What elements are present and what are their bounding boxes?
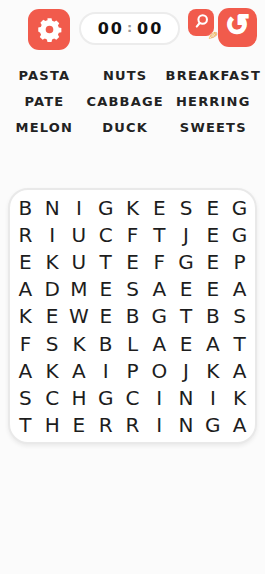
grid-cell[interactable]: E [39, 303, 66, 330]
grid-cell[interactable]: S [173, 194, 200, 221]
grid-cell[interactable]: U [66, 248, 93, 275]
timer: 00 : 00 [79, 12, 180, 45]
board: BNIGKESEGRIUCFTJEGEKUTEFGEPADMESAEEAKEWE… [8, 188, 257, 444]
grid-cell[interactable]: T [146, 221, 173, 248]
word-item: CABBAGE [85, 88, 166, 114]
grid-cell[interactable]: E [199, 248, 226, 275]
word-item: PATE [4, 88, 85, 114]
grid-cell[interactable]: S [119, 276, 146, 303]
word-item: SWEETS [166, 114, 261, 140]
grid-cell[interactable]: J [173, 221, 200, 248]
board-grid: BNIGKESEGRIUCFTJEGEKUTEFGEPADMESAEEAKEWE… [10, 190, 255, 442]
grid-cell[interactable]: E [199, 194, 226, 221]
grid-cell[interactable]: G [92, 194, 119, 221]
grid-cell[interactable]: T [12, 412, 39, 439]
grid-cell[interactable]: I [66, 194, 93, 221]
grid-cell[interactable]: R [119, 412, 146, 439]
grid-cell[interactable]: F [119, 221, 146, 248]
hint-button[interactable]: ✎ [188, 9, 214, 36]
grid-cell[interactable]: K [39, 248, 66, 275]
grid-cell[interactable]: A [199, 330, 226, 357]
grid-cell[interactable]: I [146, 385, 173, 412]
reset-button[interactable]: ↺ [218, 8, 257, 47]
grid-cell[interactable]: A [226, 276, 253, 303]
timer-separator: : [127, 21, 132, 34]
grid-cell[interactable]: R [12, 221, 39, 248]
timer-minutes: 00 [98, 21, 124, 37]
grid-cell[interactable]: T [92, 248, 119, 275]
grid-cell[interactable]: J [173, 357, 200, 384]
grid-cell[interactable]: E [199, 221, 226, 248]
word-item: HERRING [166, 88, 261, 114]
restart-arrow-icon: ↺ [225, 11, 249, 40]
word-item: PASTA [4, 62, 85, 88]
grid-cell[interactable]: O [146, 357, 173, 384]
grid-cell[interactable]: N [39, 194, 66, 221]
grid-cell[interactable]: K [66, 330, 93, 357]
grid-cell[interactable]: N [173, 385, 200, 412]
gear-icon [36, 16, 63, 43]
word-list: PASTANUTSBREAKFASTPATECABBAGEHERRINGMELO… [4, 62, 261, 140]
grid-cell[interactable]: P [226, 248, 253, 275]
word-item: BREAKFAST [166, 62, 261, 88]
grid-cell[interactable]: P [119, 357, 146, 384]
grid-cell[interactable]: E [146, 194, 173, 221]
grid-cell[interactable]: G [146, 303, 173, 330]
grid-cell[interactable]: G [199, 412, 226, 439]
grid-cell[interactable]: E [173, 330, 200, 357]
grid-cell[interactable]: G [173, 248, 200, 275]
grid-cell[interactable]: E [92, 303, 119, 330]
timer-seconds: 00 [137, 21, 163, 37]
grid-cell[interactable]: K [226, 385, 253, 412]
grid-cell[interactable]: I [39, 221, 66, 248]
grid-cell[interactable]: A [12, 357, 39, 384]
grid-cell[interactable]: I [92, 357, 119, 384]
grid-cell[interactable]: S [12, 385, 39, 412]
grid-cell[interactable]: E [119, 248, 146, 275]
grid-cell[interactable]: L [119, 330, 146, 357]
grid-cell[interactable]: G [92, 385, 119, 412]
word-item: MELON [4, 114, 85, 140]
grid-cell[interactable]: B [92, 330, 119, 357]
word-item: NUTS [85, 62, 166, 88]
grid-cell[interactable]: K [39, 357, 66, 384]
grid-cell[interactable]: M [66, 276, 93, 303]
grid-cell[interactable]: C [119, 385, 146, 412]
grid-cell[interactable]: U [66, 221, 93, 248]
grid-cell[interactable]: E [66, 412, 93, 439]
grid-cell[interactable]: E [173, 276, 200, 303]
grid-cell[interactable]: E [12, 248, 39, 275]
grid-cell[interactable]: C [39, 385, 66, 412]
grid-cell[interactable]: W [66, 303, 93, 330]
grid-cell[interactable]: A [146, 276, 173, 303]
grid-cell[interactable]: S [39, 330, 66, 357]
grid-cell[interactable]: T [226, 330, 253, 357]
grid-cell[interactable]: F [146, 248, 173, 275]
grid-cell[interactable]: I [146, 412, 173, 439]
grid-cell[interactable]: G [226, 221, 253, 248]
grid-cell[interactable]: I [199, 385, 226, 412]
settings-button[interactable] [28, 9, 70, 50]
grid-cell[interactable]: H [66, 385, 93, 412]
grid-cell[interactable]: B [199, 303, 226, 330]
top-bar: 00 : 00 ✎ ↺ [0, 0, 265, 56]
grid-cell[interactable]: A [226, 357, 253, 384]
grid-cell[interactable]: B [119, 303, 146, 330]
grid-cell[interactable]: N [173, 412, 200, 439]
grid-cell[interactable]: H [39, 412, 66, 439]
grid-cell[interactable]: R [92, 412, 119, 439]
grid-cell[interactable]: E [92, 276, 119, 303]
grid-cell[interactable]: G [226, 194, 253, 221]
grid-cell[interactable]: K [199, 357, 226, 384]
grid-cell[interactable]: T [173, 303, 200, 330]
grid-cell[interactable]: B [12, 194, 39, 221]
magnifier-icon [192, 13, 211, 32]
grid-cell[interactable]: S [226, 303, 253, 330]
grid-cell[interactable]: K [119, 194, 146, 221]
grid-cell[interactable]: A [226, 412, 253, 439]
word-item: DUCK [85, 114, 166, 140]
grid-cell[interactable]: C [92, 221, 119, 248]
grid-cell[interactable]: K [12, 303, 39, 330]
grid-cell[interactable]: F [12, 330, 39, 357]
grid-cell[interactable]: E [199, 276, 226, 303]
grid-cell[interactable]: A [12, 276, 39, 303]
grid-cell[interactable]: A [146, 330, 173, 357]
grid-cell[interactable]: D [39, 276, 66, 303]
grid-cell[interactable]: A [66, 357, 93, 384]
